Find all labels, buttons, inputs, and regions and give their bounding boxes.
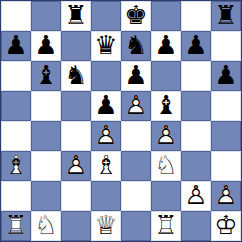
white-piece-outline: ♙ <box>91 121 121 151</box>
white-pawn-icon[interactable]: ♟♙ <box>61 151 91 181</box>
square-b4[interactable] <box>31 121 61 151</box>
white-pawn-icon[interactable]: ♟♙ <box>91 121 121 151</box>
white-pawn-icon[interactable]: ♟♙ <box>181 181 211 211</box>
square-g1[interactable] <box>181 211 211 241</box>
black-pawn-icon[interactable]: ♟ <box>151 31 181 61</box>
square-d7[interactable]: ♛ <box>91 31 121 61</box>
black-pawn-icon[interactable]: ♟ <box>121 61 151 91</box>
white-piece-outline: ♖ <box>151 211 181 241</box>
black-piece-body: ♟ <box>121 61 151 91</box>
black-king-icon[interactable]: ♚ <box>121 1 151 31</box>
square-a1[interactable]: ♜♖ <box>1 211 31 241</box>
white-rook-icon[interactable]: ♜♖ <box>151 211 181 241</box>
white-piece-outline: ♕ <box>91 211 121 241</box>
white-piece-outline: ♖ <box>1 211 31 241</box>
black-pawn-icon[interactable]: ♟ <box>91 91 121 121</box>
square-f4[interactable]: ♟♙ <box>151 121 181 151</box>
square-b2[interactable] <box>31 181 61 211</box>
square-d5[interactable]: ♟ <box>91 91 121 121</box>
square-h8[interactable]: ♜ <box>211 1 241 31</box>
square-g6[interactable] <box>181 61 211 91</box>
white-queen-icon[interactable]: ♛♕ <box>91 211 121 241</box>
square-c1[interactable] <box>61 211 91 241</box>
square-f8[interactable] <box>151 1 181 31</box>
black-piece-body: ♚ <box>121 1 151 31</box>
square-h1[interactable]: ♚♔ <box>211 211 241 241</box>
square-b7[interactable]: ♟ <box>31 31 61 61</box>
square-e6[interactable]: ♟ <box>121 61 151 91</box>
white-pawn-icon[interactable]: ♟♙ <box>121 91 151 121</box>
square-d6[interactable] <box>91 61 121 91</box>
square-f1[interactable]: ♜♖ <box>151 211 181 241</box>
square-e7[interactable]: ♞ <box>121 31 151 61</box>
black-piece-body: ♛ <box>91 31 121 61</box>
white-king-icon[interactable]: ♚♔ <box>211 211 241 241</box>
white-piece-outline: ♙ <box>151 121 181 151</box>
square-a6[interactable] <box>1 61 31 91</box>
square-g5[interactable] <box>181 91 211 121</box>
black-pawn-icon[interactable]: ♟ <box>1 31 31 61</box>
black-rook-icon[interactable]: ♜ <box>211 1 241 31</box>
white-piece-outline: ♙ <box>61 151 91 181</box>
square-e5[interactable]: ♟♙ <box>121 91 151 121</box>
square-e3[interactable] <box>121 151 151 181</box>
black-piece-body: ♟ <box>151 31 181 61</box>
black-knight-icon[interactable]: ♞ <box>121 31 151 61</box>
white-piece-outline: ♙ <box>121 91 151 121</box>
square-b3[interactable] <box>31 151 61 181</box>
black-bishop-icon[interactable]: ♝ <box>151 91 181 121</box>
square-e4[interactable] <box>121 121 151 151</box>
black-rook-icon[interactable]: ♜ <box>61 1 91 31</box>
square-b8[interactable] <box>31 1 61 31</box>
black-piece-body: ♜ <box>211 1 241 31</box>
square-c3[interactable]: ♟♙ <box>61 151 91 181</box>
square-d2[interactable] <box>91 181 121 211</box>
white-piece-outline: ♘ <box>151 151 181 181</box>
black-pawn-icon[interactable]: ♟ <box>31 31 61 61</box>
square-f3[interactable]: ♞♘ <box>151 151 181 181</box>
black-piece-body: ♟ <box>1 31 31 61</box>
square-h7[interactable] <box>211 31 241 61</box>
white-piece-outline: ♗ <box>1 151 31 181</box>
square-a8[interactable] <box>1 1 31 31</box>
square-d4[interactable]: ♟♙ <box>91 121 121 151</box>
white-knight-icon[interactable]: ♞♘ <box>151 151 181 181</box>
square-b6[interactable]: ♝ <box>31 61 61 91</box>
white-piece-outline: ♙ <box>181 181 211 211</box>
square-a7[interactable]: ♟ <box>1 31 31 61</box>
black-piece-body: ♟ <box>91 91 121 121</box>
square-g2[interactable]: ♟♙ <box>181 181 211 211</box>
white-rook-icon[interactable]: ♜♖ <box>1 211 31 241</box>
square-f2[interactable] <box>151 181 181 211</box>
square-f6[interactable] <box>151 61 181 91</box>
square-a3[interactable]: ♝♗ <box>1 151 31 181</box>
black-piece-body: ♟ <box>181 31 211 61</box>
square-g4[interactable] <box>181 121 211 151</box>
square-g8[interactable] <box>181 1 211 31</box>
square-e8[interactable]: ♚ <box>121 1 151 31</box>
white-piece-outline: ♔ <box>211 211 241 241</box>
square-g3[interactable] <box>181 151 211 181</box>
square-e2[interactable] <box>121 181 151 211</box>
black-piece-body: ♟ <box>31 31 61 61</box>
square-c7[interactable] <box>61 31 91 61</box>
square-h4[interactable] <box>211 121 241 151</box>
square-c6[interactable]: ♞ <box>61 61 91 91</box>
square-b1[interactable]: ♞♘ <box>31 211 61 241</box>
white-knight-icon[interactable]: ♞♘ <box>31 211 61 241</box>
black-bishop-icon[interactable]: ♝ <box>31 61 61 91</box>
square-a4[interactable] <box>1 121 31 151</box>
white-piece-outline: ♗ <box>91 151 121 181</box>
square-a5[interactable] <box>1 91 31 121</box>
square-e1[interactable] <box>121 211 151 241</box>
white-bishop-icon[interactable]: ♝♗ <box>1 151 31 181</box>
black-knight-icon[interactable]: ♞ <box>61 61 91 91</box>
square-h6[interactable]: ♟ <box>211 61 241 91</box>
black-piece-body: ♞ <box>61 61 91 91</box>
square-h5[interactable] <box>211 91 241 121</box>
black-pawn-icon[interactable]: ♟ <box>181 31 211 61</box>
black-queen-icon[interactable]: ♛ <box>91 31 121 61</box>
square-h2[interactable]: ♟♙ <box>211 181 241 211</box>
square-c8[interactable]: ♜ <box>61 1 91 31</box>
black-piece-body: ♟ <box>211 61 241 91</box>
square-c2[interactable] <box>61 181 91 211</box>
white-bishop-icon[interactable]: ♝♗ <box>91 151 121 181</box>
square-g7[interactable]: ♟ <box>181 31 211 61</box>
black-piece-body: ♜ <box>61 1 91 31</box>
black-piece-body: ♞ <box>121 31 151 61</box>
white-pawn-icon[interactable]: ♟♙ <box>211 181 241 211</box>
square-c4[interactable] <box>61 121 91 151</box>
black-pawn-icon[interactable]: ♟ <box>211 61 241 91</box>
black-piece-body: ♝ <box>151 91 181 121</box>
square-d8[interactable] <box>91 1 121 31</box>
square-a2[interactable] <box>1 181 31 211</box>
white-piece-outline: ♘ <box>31 211 61 241</box>
white-pawn-icon[interactable]: ♟♙ <box>151 121 181 151</box>
black-piece-body: ♝ <box>31 61 61 91</box>
square-h3[interactable] <box>211 151 241 181</box>
square-b5[interactable] <box>31 91 61 121</box>
square-f5[interactable]: ♝ <box>151 91 181 121</box>
chess-board: ♜♚♜♟♟♛♞♟♟♝♞♟♟♟♟♙♝♟♙♟♙♝♗♟♙♝♗♞♘♟♙♟♙♜♖♞♘♛♕♜… <box>0 0 242 242</box>
white-piece-outline: ♙ <box>211 181 241 211</box>
square-d1[interactable]: ♛♕ <box>91 211 121 241</box>
square-f7[interactable]: ♟ <box>151 31 181 61</box>
square-c5[interactable] <box>61 91 91 121</box>
square-d3[interactable]: ♝♗ <box>91 151 121 181</box>
